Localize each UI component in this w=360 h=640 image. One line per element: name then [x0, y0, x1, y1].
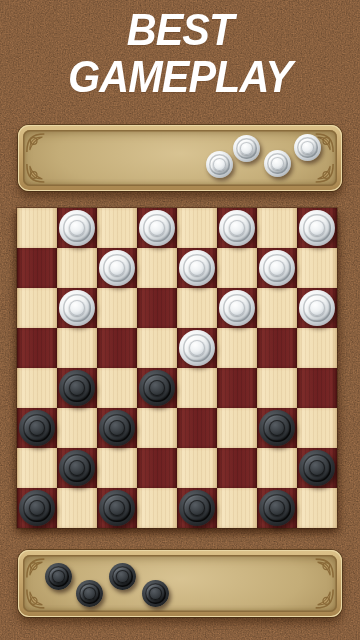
square-r4c6[interactable]: [257, 368, 297, 408]
white-piece[interactable]: [179, 250, 215, 286]
white-piece[interactable]: [59, 290, 95, 326]
black-captured-piece: [142, 580, 169, 607]
captured-white-tray-panel: [23, 130, 337, 186]
square-r3c4[interactable]: [177, 328, 217, 368]
square-r6c2[interactable]: [97, 448, 137, 488]
square-r2c2[interactable]: [97, 288, 137, 328]
square-r7c0[interactable]: [17, 488, 57, 528]
white-piece[interactable]: [299, 290, 335, 326]
square-r7c1[interactable]: [57, 488, 97, 528]
white-captured-piece: [264, 150, 291, 177]
checkers-board: [17, 208, 337, 528]
square-r6c5[interactable]: [217, 448, 257, 488]
white-captured-piece: [206, 151, 233, 178]
white-piece[interactable]: [139, 210, 175, 246]
square-r2c3[interactable]: [137, 288, 177, 328]
black-piece[interactable]: [59, 370, 95, 406]
square-r7c2[interactable]: [97, 488, 137, 528]
white-piece[interactable]: [219, 290, 255, 326]
square-r1c5[interactable]: [217, 248, 257, 288]
square-r4c4[interactable]: [177, 368, 217, 408]
square-r2c4[interactable]: [177, 288, 217, 328]
black-captured-piece: [109, 563, 136, 590]
title-line-2: GAMEPLAY: [11, 53, 349, 100]
captured-black-tray: [18, 550, 342, 617]
square-r5c0[interactable]: [17, 408, 57, 448]
black-piece[interactable]: [99, 410, 135, 446]
square-r0c2[interactable]: [97, 208, 137, 248]
square-r5c4[interactable]: [177, 408, 217, 448]
square-r5c5[interactable]: [217, 408, 257, 448]
square-r3c0[interactable]: [17, 328, 57, 368]
square-r0c3[interactable]: [137, 208, 177, 248]
black-piece[interactable]: [19, 490, 55, 526]
square-r5c1[interactable]: [57, 408, 97, 448]
black-piece[interactable]: [179, 490, 215, 526]
square-r1c1[interactable]: [57, 248, 97, 288]
square-r3c3[interactable]: [137, 328, 177, 368]
square-r3c5[interactable]: [217, 328, 257, 368]
captured-black-tray-panel: [23, 555, 337, 612]
square-r7c7[interactable]: [297, 488, 337, 528]
captured-white-tray: [18, 125, 342, 191]
square-r5c2[interactable]: [97, 408, 137, 448]
page-title: BEST GAMEPLAY: [11, 6, 349, 100]
square-r7c3[interactable]: [137, 488, 177, 528]
square-r0c7[interactable]: [297, 208, 337, 248]
white-piece[interactable]: [299, 210, 335, 246]
square-r0c0[interactable]: [17, 208, 57, 248]
square-r1c7[interactable]: [297, 248, 337, 288]
black-captured-piece: [76, 580, 103, 607]
square-r2c6[interactable]: [257, 288, 297, 328]
square-r3c6[interactable]: [257, 328, 297, 368]
captured-black-pieces: [23, 555, 337, 607]
white-piece[interactable]: [219, 210, 255, 246]
square-r0c6[interactable]: [257, 208, 297, 248]
square-r6c1[interactable]: [57, 448, 97, 488]
square-r4c2[interactable]: [97, 368, 137, 408]
square-r1c3[interactable]: [137, 248, 177, 288]
square-r6c7[interactable]: [297, 448, 337, 488]
square-r7c6[interactable]: [257, 488, 297, 528]
square-r0c5[interactable]: [217, 208, 257, 248]
square-r2c5[interactable]: [217, 288, 257, 328]
white-piece[interactable]: [59, 210, 95, 246]
square-r6c0[interactable]: [17, 448, 57, 488]
app-screen: BEST GAMEPLAY: [0, 0, 360, 640]
black-piece[interactable]: [99, 490, 135, 526]
square-r1c0[interactable]: [17, 248, 57, 288]
black-piece[interactable]: [139, 370, 175, 406]
white-piece[interactable]: [99, 250, 135, 286]
square-r7c4[interactable]: [177, 488, 217, 528]
square-r4c3[interactable]: [137, 368, 177, 408]
square-r1c4[interactable]: [177, 248, 217, 288]
square-r6c6[interactable]: [257, 448, 297, 488]
square-r6c3[interactable]: [137, 448, 177, 488]
square-r6c4[interactable]: [177, 448, 217, 488]
square-r4c0[interactable]: [17, 368, 57, 408]
square-r1c6[interactable]: [257, 248, 297, 288]
square-r2c7[interactable]: [297, 288, 337, 328]
black-piece[interactable]: [259, 410, 295, 446]
square-r4c5[interactable]: [217, 368, 257, 408]
square-r5c7[interactable]: [297, 408, 337, 448]
square-r4c1[interactable]: [57, 368, 97, 408]
square-r1c2[interactable]: [97, 248, 137, 288]
square-r4c7[interactable]: [297, 368, 337, 408]
square-r3c2[interactable]: [97, 328, 137, 368]
white-captured-piece: [294, 134, 321, 161]
black-piece[interactable]: [19, 410, 55, 446]
square-r7c5[interactable]: [217, 488, 257, 528]
square-r5c3[interactable]: [137, 408, 177, 448]
black-captured-piece: [45, 563, 72, 590]
square-r0c4[interactable]: [177, 208, 217, 248]
black-piece[interactable]: [59, 450, 95, 486]
square-r2c1[interactable]: [57, 288, 97, 328]
white-piece[interactable]: [179, 330, 215, 366]
square-r3c7[interactable]: [297, 328, 337, 368]
square-r0c1[interactable]: [57, 208, 97, 248]
captured-white-pieces: [23, 130, 337, 181]
black-piece[interactable]: [299, 450, 335, 486]
square-r3c1[interactable]: [57, 328, 97, 368]
white-piece[interactable]: [259, 250, 295, 286]
white-captured-piece: [233, 135, 260, 162]
square-r5c6[interactable]: [257, 408, 297, 448]
square-r2c0[interactable]: [17, 288, 57, 328]
title-line-1: BEST: [11, 6, 349, 53]
black-piece[interactable]: [259, 490, 295, 526]
